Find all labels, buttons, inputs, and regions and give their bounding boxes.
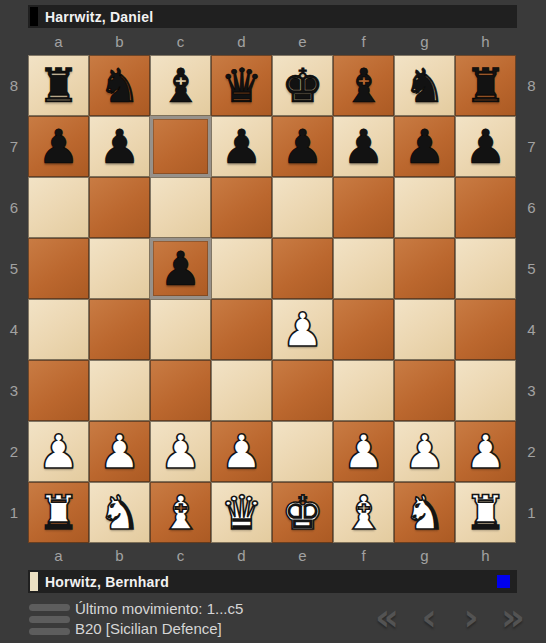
rank-label-8: 8 (0, 55, 28, 116)
black-rook-h8: ♜ (455, 55, 516, 116)
file-labels-top: abcdefgh (28, 29, 516, 54)
square-b5[interactable] (89, 238, 150, 299)
square-f5[interactable] (333, 238, 394, 299)
square-g5[interactable] (394, 238, 455, 299)
menu-icon (29, 616, 70, 623)
white-pawn-h2: ♟ (455, 421, 516, 482)
square-e8[interactable]: ♚ (272, 55, 333, 116)
white-pawn-a2: ♟ (28, 421, 89, 482)
rank-label-1: 1 (517, 482, 546, 543)
square-h1[interactable]: ♜ (455, 482, 516, 543)
white-color-marker (30, 572, 38, 591)
black-pawn-h7: ♟ (455, 116, 516, 177)
white-knight-g1: ♞ (394, 482, 455, 543)
white-king-e1: ♚ (272, 482, 333, 543)
file-label-a: a (28, 543, 89, 568)
rank-label-7: 7 (0, 116, 28, 177)
square-g1[interactable]: ♞ (394, 482, 455, 543)
file-label-c: c (150, 543, 211, 568)
square-e1[interactable]: ♚ (272, 482, 333, 543)
square-b3[interactable] (89, 360, 150, 421)
square-h4[interactable] (455, 299, 516, 360)
square-a2[interactable]: ♟ (28, 421, 89, 482)
square-d1[interactable]: ♛ (211, 482, 272, 543)
square-c8[interactable]: ♝ (150, 55, 211, 116)
square-d8[interactable]: ♛ (211, 55, 272, 116)
square-d4[interactable] (211, 299, 272, 360)
square-c7[interactable] (150, 116, 211, 177)
chess-board: ♜♞♝♛♚♝♞♜♟♟♟♟♟♟♟♟♟♟♟♟♟♟♟♟♜♞♝♛♚♝♞♜ (28, 55, 516, 543)
square-c1[interactable]: ♝ (150, 482, 211, 543)
rank-label-6: 6 (517, 177, 546, 238)
square-d3[interactable] (211, 360, 272, 421)
square-b2[interactable]: ♟ (89, 421, 150, 482)
rank-label-4: 4 (0, 299, 28, 360)
black-king-e8: ♚ (272, 55, 333, 116)
file-label-f: f (333, 543, 394, 568)
black-bishop-c8: ♝ (150, 55, 211, 116)
file-label-b: b (89, 543, 150, 568)
rank-label-5: 5 (0, 238, 28, 299)
square-g4[interactable] (394, 299, 455, 360)
rank-labels-right: 87654321 (517, 55, 546, 543)
white-pawn-g2: ♟ (394, 421, 455, 482)
previous-move-button[interactable]: ‹ (408, 596, 450, 640)
player-bar-white: Horwitz, Bernhard (28, 570, 517, 593)
file-label-a: a (28, 29, 89, 54)
player-name-black: Harrwitz, Daniel (45, 9, 153, 25)
file-labels-bottom: abcdefgh (28, 543, 516, 568)
square-h2[interactable]: ♟ (455, 421, 516, 482)
square-h5[interactable] (455, 238, 516, 299)
rank-label-2: 2 (0, 421, 28, 482)
square-h7[interactable]: ♟ (455, 116, 516, 177)
first-move-button[interactable]: « (366, 596, 408, 640)
black-rook-a8: ♜ (28, 55, 89, 116)
square-g3[interactable] (394, 360, 455, 421)
player-name-white: Horwitz, Bernhard (45, 574, 169, 590)
square-e5[interactable] (272, 238, 333, 299)
square-e6[interactable] (272, 177, 333, 238)
file-label-f: f (333, 29, 394, 54)
square-a8[interactable]: ♜ (28, 55, 89, 116)
rank-label-4: 4 (517, 299, 546, 360)
file-label-g: g (394, 543, 455, 568)
square-f1[interactable]: ♝ (333, 482, 394, 543)
white-pawn-c2: ♟ (150, 421, 211, 482)
black-knight-b8: ♞ (89, 55, 150, 116)
rank-label-7: 7 (517, 116, 546, 177)
file-label-c: c (150, 29, 211, 54)
square-d6[interactable] (211, 177, 272, 238)
rank-label-2: 2 (517, 421, 546, 482)
rank-label-5: 5 (517, 238, 546, 299)
square-a7[interactable]: ♟ (28, 116, 89, 177)
white-pawn-e4: ♟ (272, 299, 333, 360)
square-h6[interactable] (455, 177, 516, 238)
square-f6[interactable] (333, 177, 394, 238)
rank-label-3: 3 (517, 360, 546, 421)
rank-label-8: 8 (517, 55, 546, 116)
file-label-h: h (455, 29, 516, 54)
menu-icon (29, 604, 70, 611)
file-label-h: h (455, 543, 516, 568)
square-g7[interactable]: ♟ (394, 116, 455, 177)
square-b6[interactable] (89, 177, 150, 238)
square-a6[interactable] (28, 177, 89, 238)
black-pawn-b7: ♟ (89, 116, 150, 177)
square-g2[interactable]: ♟ (394, 421, 455, 482)
square-c5[interactable]: ♟ (150, 238, 211, 299)
black-pawn-c5: ♟ (150, 238, 211, 299)
square-f4[interactable] (333, 299, 394, 360)
last-move-label: Último movimiento: 1...c5 (75, 599, 243, 619)
file-label-e: e (272, 29, 333, 54)
move-navigation: « ‹ › » (366, 596, 534, 640)
white-rook-a1: ♜ (28, 482, 89, 543)
white-pawn-d2: ♟ (211, 421, 272, 482)
white-knight-b1: ♞ (89, 482, 150, 543)
white-bishop-c1: ♝ (150, 482, 211, 543)
white-rook-h1: ♜ (455, 482, 516, 543)
file-label-d: d (211, 29, 272, 54)
square-a3[interactable] (28, 360, 89, 421)
square-c6[interactable] (150, 177, 211, 238)
square-b7[interactable]: ♟ (89, 116, 150, 177)
square-f7[interactable]: ♟ (333, 116, 394, 177)
black-pawn-a7: ♟ (28, 116, 89, 177)
file-label-b: b (89, 29, 150, 54)
next-move-button[interactable]: › (450, 596, 492, 640)
rank-label-1: 1 (0, 482, 28, 543)
file-label-g: g (394, 29, 455, 54)
rank-label-3: 3 (0, 360, 28, 421)
square-g8[interactable]: ♞ (394, 55, 455, 116)
square-c4[interactable] (150, 299, 211, 360)
square-e7[interactable]: ♟ (272, 116, 333, 177)
player-bar-black: Harrwitz, Daniel (28, 5, 517, 28)
opening-label: B20 [Sicilian Defence] (75, 619, 243, 639)
square-e2[interactable] (272, 421, 333, 482)
square-c2[interactable]: ♟ (150, 421, 211, 482)
black-pawn-g7: ♟ (394, 116, 455, 177)
rank-labels-left: 87654321 (0, 55, 28, 543)
white-bishop-f1: ♝ (333, 482, 394, 543)
menu-button[interactable] (29, 604, 70, 635)
square-e4[interactable]: ♟ (272, 299, 333, 360)
square-f2[interactable]: ♟ (333, 421, 394, 482)
square-h3[interactable] (455, 360, 516, 421)
turn-indicator (497, 575, 510, 588)
square-d7[interactable]: ♟ (211, 116, 272, 177)
black-pawn-f7: ♟ (333, 116, 394, 177)
white-queen-d1: ♛ (211, 482, 272, 543)
black-pawn-d7: ♟ (211, 116, 272, 177)
status-text: Último movimiento: 1...c5 B20 [Sicilian … (75, 599, 243, 639)
square-h8[interactable]: ♜ (455, 55, 516, 116)
black-queen-d8: ♛ (211, 55, 272, 116)
black-knight-g8: ♞ (394, 55, 455, 116)
square-a4[interactable] (28, 299, 89, 360)
square-b1[interactable]: ♞ (89, 482, 150, 543)
square-b8[interactable]: ♞ (89, 55, 150, 116)
square-a5[interactable] (28, 238, 89, 299)
square-f3[interactable] (333, 360, 394, 421)
controls-bar: Último movimiento: 1...c5 B20 [Sicilian … (0, 596, 546, 643)
square-c3[interactable] (150, 360, 211, 421)
black-pawn-e7: ♟ (272, 116, 333, 177)
last-move-button[interactable]: » (492, 596, 534, 640)
white-pawn-f2: ♟ (333, 421, 394, 482)
square-a1[interactable]: ♜ (28, 482, 89, 543)
white-pawn-b2: ♟ (89, 421, 150, 482)
square-d2[interactable]: ♟ (211, 421, 272, 482)
square-d5[interactable] (211, 238, 272, 299)
black-bishop-f8: ♝ (333, 55, 394, 116)
square-g6[interactable] (394, 177, 455, 238)
file-label-d: d (211, 543, 272, 568)
square-e3[interactable] (272, 360, 333, 421)
rank-label-6: 6 (0, 177, 28, 238)
square-f8[interactable]: ♝ (333, 55, 394, 116)
black-color-marker (30, 7, 38, 26)
menu-icon (29, 628, 70, 635)
square-b4[interactable] (89, 299, 150, 360)
file-label-e: e (272, 543, 333, 568)
